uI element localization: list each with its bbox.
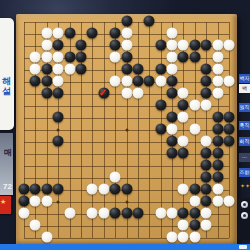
- white-stone: [30, 196, 41, 207]
- grid-line: [24, 178, 229, 179]
- white-stone: [64, 64, 75, 75]
- white-stone: [41, 196, 52, 207]
- black-stone: [189, 40, 200, 51]
- white-stone: [41, 40, 52, 51]
- black-stone: [41, 88, 52, 99]
- star-point: [125, 201, 128, 204]
- black-stone: [212, 148, 223, 159]
- black-stone: [155, 40, 166, 51]
- right-info-box: 백자: [239, 74, 250, 83]
- right-info-box: 흑직: [239, 121, 250, 130]
- white-stone: [53, 52, 64, 63]
- black-stone: [19, 196, 30, 207]
- star-point: [125, 129, 128, 132]
- white-stone: [167, 40, 178, 51]
- white-stone: [41, 52, 52, 63]
- black-stone: [189, 184, 200, 195]
- black-stone: [212, 112, 223, 123]
- white-stone: [189, 196, 200, 207]
- black-stone: [189, 220, 200, 231]
- white-stone: [212, 196, 223, 207]
- grid-line: [24, 166, 229, 167]
- white-stone: [189, 100, 200, 111]
- white-stone: [212, 76, 223, 87]
- white-stone: [201, 208, 212, 219]
- black-stone: [189, 52, 200, 63]
- grid-line: [138, 22, 139, 238]
- left-score-panel: 매 72: [0, 133, 13, 195]
- white-stone: [178, 220, 189, 231]
- black-stone: [144, 16, 155, 27]
- left-score-label: 매: [4, 147, 12, 158]
- black-stone: [201, 196, 212, 207]
- black-stone: [155, 64, 166, 75]
- white-stone: [212, 88, 223, 99]
- white-stone: [178, 184, 189, 195]
- white-stone: [53, 76, 64, 87]
- right-info-box: 즈런: [239, 168, 250, 177]
- black-stone: [167, 88, 178, 99]
- black-stone: [75, 52, 86, 63]
- star-point: [57, 201, 60, 204]
- black-stone: [212, 136, 223, 147]
- black-stone: [201, 148, 212, 159]
- white-stone: [121, 76, 132, 87]
- black-stone: [87, 28, 98, 39]
- white-stone: [167, 124, 178, 135]
- left-score-value: 72: [3, 182, 12, 191]
- black-stone: [64, 52, 75, 63]
- right-info-box: 원직: [239, 103, 250, 112]
- black-stone: [132, 76, 143, 87]
- black-stone: [178, 208, 189, 219]
- white-stone: [30, 64, 41, 75]
- bottom-bar-chip: [239, 245, 247, 249]
- white-stone: [155, 76, 166, 87]
- black-stone: [155, 124, 166, 135]
- badge-panel: [238, 198, 250, 240]
- black-stone: [132, 64, 143, 75]
- white-stone: [189, 232, 200, 243]
- white-stone: [189, 124, 200, 135]
- black-stone: [224, 136, 235, 147]
- white-stone: [178, 232, 189, 243]
- black-stone: [201, 64, 212, 75]
- white-stone: [98, 208, 109, 219]
- white-stone: [41, 28, 52, 39]
- black-stone: [144, 76, 155, 87]
- white-stone: [19, 208, 30, 219]
- white-stone: [53, 64, 64, 75]
- white-stone: [178, 88, 189, 99]
- black-stone: [132, 208, 143, 219]
- black-stone: [53, 88, 64, 99]
- white-stone: [110, 172, 121, 183]
- black-stone: [53, 184, 64, 195]
- black-stone: [224, 112, 235, 123]
- white-stone: [201, 220, 212, 231]
- white-stone: [224, 76, 235, 87]
- black-stone: [178, 52, 189, 63]
- black-stone: [121, 16, 132, 27]
- black-stone: [155, 100, 166, 111]
- white-stone: [30, 52, 41, 63]
- black-stone: [212, 160, 223, 171]
- white-stone: [212, 52, 223, 63]
- white-stone: [121, 40, 132, 51]
- black-stone: [189, 208, 200, 219]
- white-stone: [87, 208, 98, 219]
- black-stone: [53, 40, 64, 51]
- white-stone: [110, 76, 121, 87]
- black-stone: [30, 184, 41, 195]
- right-info-box: 백: [239, 84, 250, 93]
- white-stone: [167, 52, 178, 63]
- black-stone: [53, 112, 64, 123]
- black-stone: [19, 184, 30, 195]
- gold-emblem-icon: ✦✦: [240, 183, 250, 190]
- black-stone: [110, 40, 121, 51]
- white-stone: [167, 28, 178, 39]
- black-stone: [201, 160, 212, 171]
- go-board: ✓: [16, 14, 237, 246]
- black-stone: [75, 40, 86, 51]
- white-stone: [178, 136, 189, 147]
- white-stone: [167, 64, 178, 75]
- black-stone: [201, 40, 212, 51]
- black-stone: [110, 208, 121, 219]
- white-stone: [132, 88, 143, 99]
- white-stone: [87, 184, 98, 195]
- black-stone: [53, 136, 64, 147]
- black-stone: [110, 184, 121, 195]
- black-stone: [121, 52, 132, 63]
- grid-line: [149, 22, 150, 238]
- black-stone: [224, 124, 235, 135]
- black-stone: [41, 76, 52, 87]
- white-stone: [30, 220, 41, 231]
- white-stone: [212, 64, 223, 75]
- black-stone: [41, 64, 52, 75]
- white-stone: [212, 184, 223, 195]
- white-stone: [121, 28, 132, 39]
- star-icon: ★: [0, 198, 6, 206]
- bottom-blue-bar: [0, 244, 250, 250]
- black-stone: [30, 76, 41, 87]
- black-stone: [201, 172, 212, 183]
- right-info-box: ···: [239, 153, 250, 162]
- white-stone-badge-icon: [241, 201, 248, 208]
- black-stone: [167, 76, 178, 87]
- black-stone: [201, 76, 212, 87]
- left-caption-text: 해설: [2, 76, 12, 96]
- black-stone: [201, 88, 212, 99]
- white-stone: [110, 52, 121, 63]
- black-stone: [212, 172, 223, 183]
- white-stone: [167, 208, 178, 219]
- white-stone: [121, 88, 132, 99]
- black-stone: [178, 148, 189, 159]
- white-stone: [212, 40, 223, 51]
- white-stone: [224, 196, 235, 207]
- black-stone: [121, 184, 132, 195]
- white-stone: [155, 208, 166, 219]
- white-stone: [178, 112, 189, 123]
- black-stone: [178, 100, 189, 111]
- black-stone: [75, 64, 86, 75]
- white-stone: [178, 40, 189, 51]
- black-stone: [110, 28, 121, 39]
- left-red-logo: ★: [0, 196, 11, 214]
- last-move-marker: ✓: [99, 88, 107, 98]
- black-stone: [167, 148, 178, 159]
- white-stone: [41, 232, 52, 243]
- black-stone: [121, 64, 132, 75]
- white-stone: [224, 40, 235, 51]
- black-stone: [41, 184, 52, 195]
- right-info-box: 최적: [239, 137, 250, 146]
- black-stone: [64, 28, 75, 39]
- black-stone: [167, 136, 178, 147]
- black-stone: [167, 112, 178, 123]
- white-stone-badge-icon: [241, 212, 248, 219]
- black-stone: [212, 124, 223, 135]
- star-point: [57, 129, 60, 132]
- white-stone: [201, 100, 212, 111]
- left-caption-card: 해설: [0, 18, 14, 130]
- white-stone: [64, 208, 75, 219]
- white-stone: [53, 28, 64, 39]
- white-stone: [98, 184, 109, 195]
- white-stone: [201, 136, 212, 147]
- black-stone: [121, 208, 132, 219]
- white-stone: [167, 232, 178, 243]
- black-stone: [201, 184, 212, 195]
- grid-line: [24, 154, 229, 155]
